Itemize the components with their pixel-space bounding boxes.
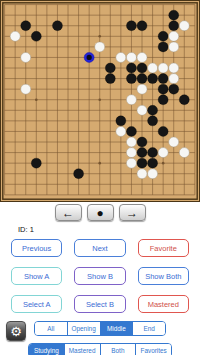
white-stone [137, 84, 147, 94]
next-move-button[interactable]: → [119, 204, 146, 221]
segment-end[interactable]: End [132, 322, 165, 335]
white-stone [137, 52, 147, 62]
white-stone [169, 74, 179, 84]
gear-icon: ⚙ [10, 324, 22, 339]
white-stone [126, 95, 136, 105]
black-stone [148, 74, 158, 84]
white-stone [116, 52, 126, 62]
black-stone [126, 126, 136, 136]
white-stone [158, 148, 168, 158]
white-stone [169, 31, 179, 41]
segment-mastered[interactable]: Mastered [64, 344, 100, 355]
black-stone [179, 95, 189, 105]
problem-id-label: ID: 1 [18, 225, 200, 234]
black-stone [21, 21, 31, 31]
white-stone [10, 31, 20, 41]
bottom-controls: ⚙ AllOpeningMiddleEnd StudyingMasteredBo… [0, 321, 200, 355]
segment-both[interactable]: Both [100, 344, 136, 355]
black-stone [52, 21, 62, 31]
white-stone [169, 42, 179, 52]
segment-middle[interactable]: Middle [100, 322, 133, 335]
white-stone [21, 84, 31, 94]
white-stone [126, 158, 136, 168]
play-stone-button[interactable]: ● [87, 204, 114, 221]
mastered-button[interactable]: Mastered [138, 295, 189, 313]
black-stone [137, 137, 147, 147]
white-stone [179, 148, 189, 158]
black-stone [158, 31, 168, 41]
white-stone [137, 105, 147, 115]
settings-gear-button[interactable]: ⚙ [6, 321, 26, 341]
show-b-button[interactable]: Show B [74, 267, 125, 285]
black-stone [137, 63, 147, 73]
black-stone [148, 116, 158, 126]
black-stone [137, 74, 147, 84]
black-stone-icon: ● [96, 206, 103, 218]
black-stone [74, 169, 84, 179]
action-button-grid: PreviousNextFavoriteShow AShow BShow Bot… [11, 239, 189, 313]
black-stone [126, 74, 136, 84]
show-a-button[interactable]: Show A [11, 267, 62, 285]
black-stone [158, 42, 168, 52]
right-arrow-icon: → [126, 206, 138, 218]
show-both-button[interactable]: Show Both [138, 267, 189, 285]
study-segmented-control: StudyingMasteredBothFavorites [28, 343, 172, 355]
black-stone [158, 74, 168, 84]
favorite-button[interactable]: Favorite [138, 239, 189, 257]
white-stone [126, 148, 136, 158]
select-b-button[interactable]: Select B [74, 295, 125, 313]
nav-row: ← ● → [0, 204, 200, 221]
white-stone [126, 137, 136, 147]
black-stone [158, 95, 168, 105]
black-stone [148, 148, 158, 158]
black-stone [137, 148, 147, 158]
previous-move-button[interactable]: ← [55, 204, 82, 221]
white-stone [179, 21, 189, 31]
select-a-button[interactable]: Select A [11, 295, 62, 313]
black-stone [126, 21, 136, 31]
white-stone [126, 52, 136, 62]
phase-segmented-control: AllOpeningMiddleEnd [34, 321, 166, 336]
black-stone [137, 158, 147, 168]
left-arrow-icon: ← [62, 206, 74, 218]
white-stone [148, 169, 158, 179]
black-stone [31, 158, 41, 168]
white-stone [116, 126, 126, 136]
black-stone [169, 21, 179, 31]
black-stone [137, 21, 147, 31]
black-stone [169, 84, 179, 94]
black-stone [126, 63, 136, 73]
white-stone [95, 42, 105, 52]
white-stone [21, 52, 31, 62]
segment-opening[interactable]: Opening [67, 322, 100, 335]
segment-favorites[interactable]: Favorites [135, 344, 171, 355]
black-stone [116, 116, 126, 126]
black-stone [31, 31, 41, 41]
black-stone [169, 10, 179, 20]
black-stone [105, 63, 115, 73]
white-stone [169, 63, 179, 73]
white-stone [169, 137, 179, 147]
segment-all[interactable]: All [35, 322, 67, 335]
white-stone [137, 169, 147, 179]
white-stone [148, 63, 158, 73]
previous-button[interactable]: Previous [11, 239, 62, 257]
black-stone [148, 158, 158, 168]
next-button[interactable]: Next [74, 239, 125, 257]
black-stone [158, 84, 168, 94]
segment-studying[interactable]: Studying [29, 344, 64, 355]
black-stone [105, 74, 115, 84]
white-stone [158, 63, 168, 73]
black-stone [148, 105, 158, 115]
go-board[interactable] [0, 0, 200, 202]
black-stone [158, 126, 168, 136]
